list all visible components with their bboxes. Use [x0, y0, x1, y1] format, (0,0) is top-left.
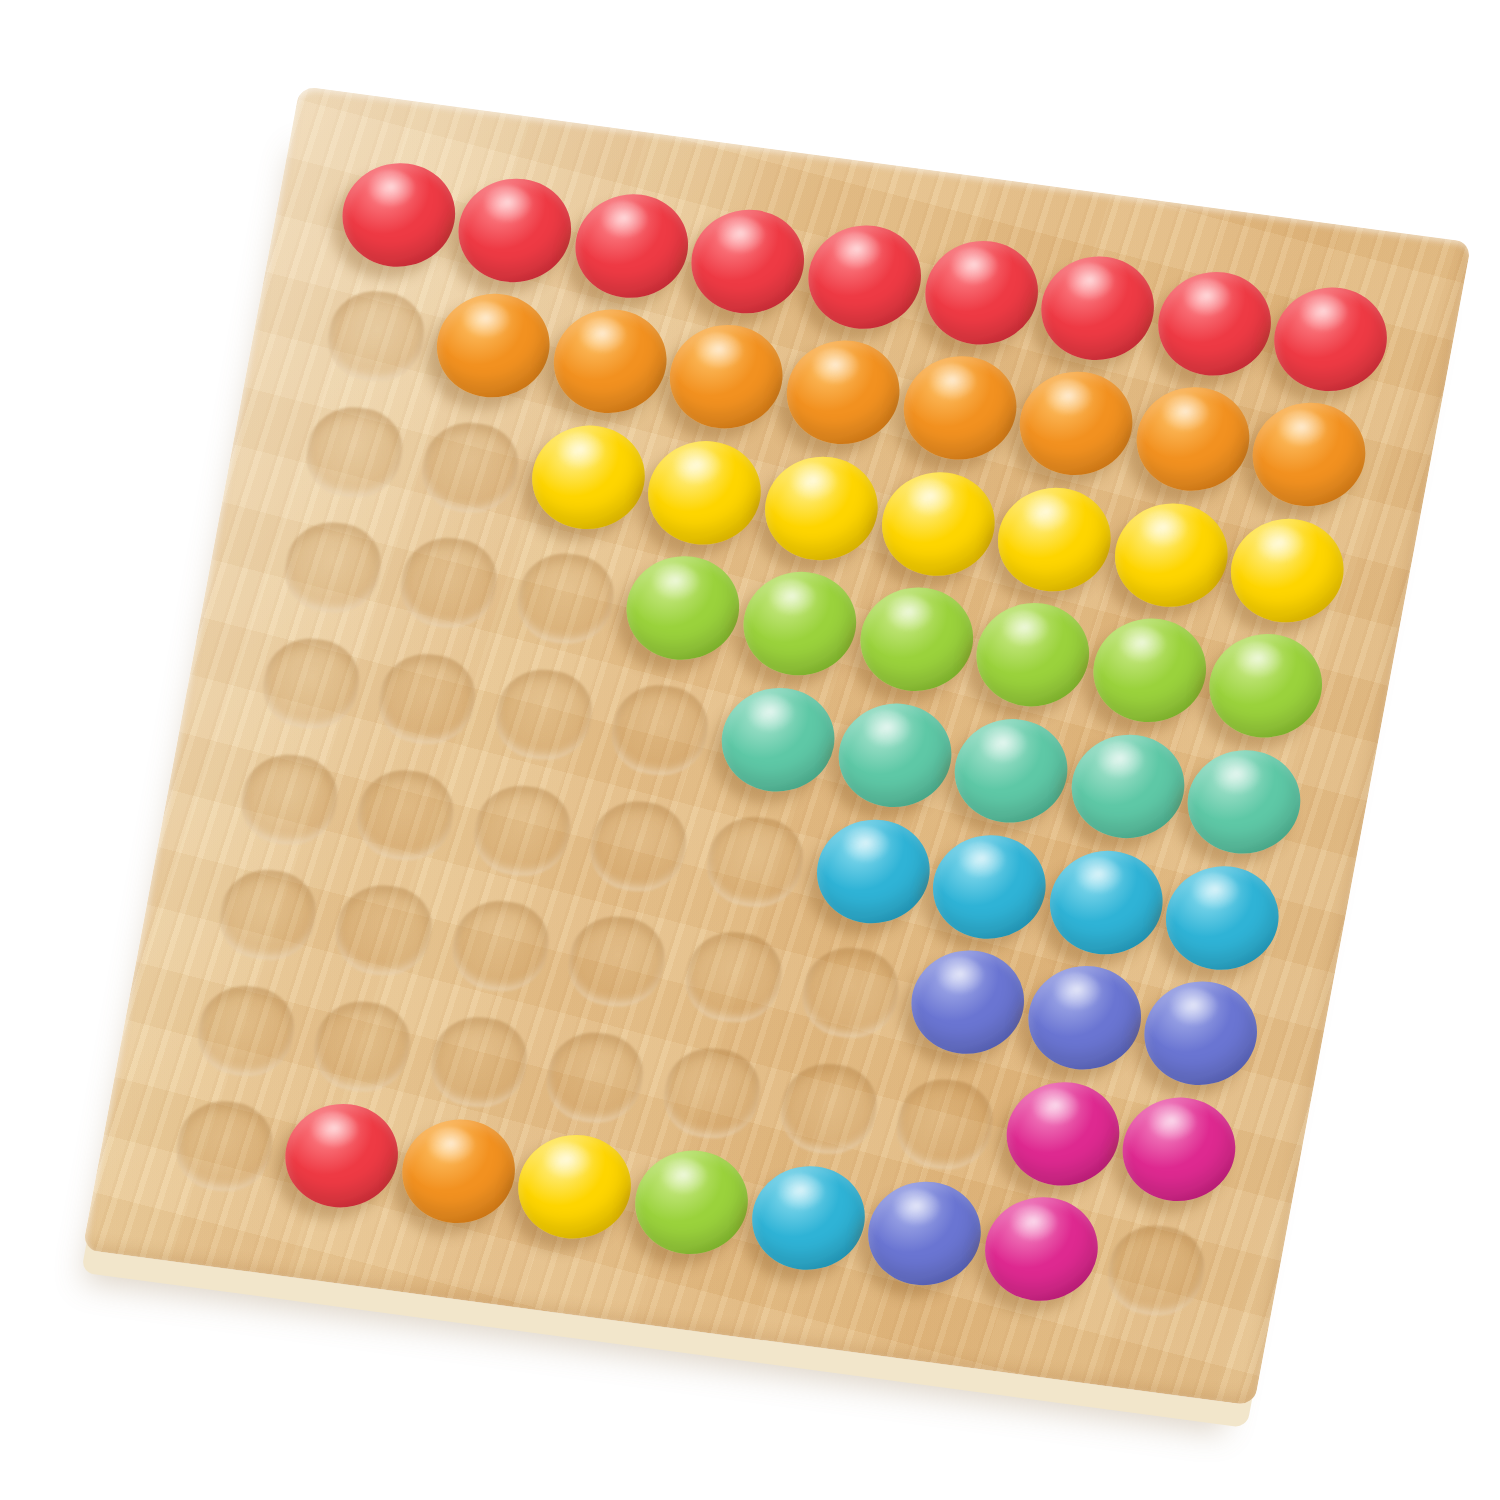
bead-red[interactable]	[800, 218, 930, 335]
dimple[interactable]	[700, 811, 810, 912]
bead-yellow[interactable]	[1222, 512, 1352, 629]
bead-highlight	[575, 314, 631, 357]
dimple[interactable]	[213, 865, 323, 966]
bead-highlight	[1179, 276, 1235, 319]
board-cell	[708, 680, 846, 811]
board-cell	[272, 1096, 410, 1227]
board-cell	[621, 1143, 759, 1274]
board-cell	[803, 811, 941, 942]
board-cell	[1109, 1090, 1247, 1221]
board-cell	[656, 318, 794, 449]
board-cell	[1239, 395, 1377, 526]
board-cell	[738, 1159, 876, 1290]
bead-cyan[interactable]	[808, 812, 938, 929]
bead-orange[interactable]	[428, 287, 558, 404]
board-cell	[1087, 1205, 1225, 1336]
board-cell	[445, 171, 583, 302]
bead-highlight	[1209, 754, 1265, 797]
bead-red[interactable]	[1033, 249, 1163, 366]
board-cell	[1122, 380, 1260, 511]
bead-mint[interactable]	[830, 697, 960, 814]
bead-highlight	[648, 561, 704, 604]
board-cell	[220, 734, 358, 865]
bead-orange[interactable]	[778, 334, 908, 451]
dimple[interactable]	[329, 880, 439, 981]
bead-green[interactable]	[851, 581, 981, 698]
bead-highlight	[1027, 1086, 1083, 1129]
board-cell	[155, 1081, 293, 1212]
dimple[interactable]	[321, 286, 431, 387]
bead-highlight	[932, 954, 988, 997]
bead-purple[interactable]	[903, 944, 1033, 1061]
dimple[interactable]	[541, 1027, 651, 1128]
board-cell	[854, 1174, 992, 1305]
board-cell	[432, 881, 570, 1012]
board-cell	[1079, 611, 1217, 742]
bead-cyan[interactable]	[1157, 859, 1287, 976]
bead-green[interactable]	[968, 597, 1098, 714]
board-cell	[561, 186, 699, 317]
board-cell	[984, 480, 1122, 611]
dimple[interactable]	[774, 1058, 884, 1159]
dimple[interactable]	[278, 517, 388, 618]
board-cell	[751, 449, 889, 580]
bead-purple[interactable]	[859, 1175, 989, 1292]
bead-green[interactable]	[735, 565, 865, 682]
board-cell	[410, 996, 548, 1127]
dimple[interactable]	[890, 1074, 1000, 1175]
board-cell	[665, 912, 803, 1043]
bead-highlight	[1295, 291, 1351, 334]
dimple[interactable]	[191, 980, 301, 1081]
bead-highlight	[1157, 391, 1213, 434]
bead-magenta[interactable]	[998, 1075, 1128, 1192]
board-cell	[1006, 364, 1144, 495]
dimple[interactable]	[606, 680, 716, 781]
board-cell	[971, 1190, 1109, 1321]
bead-highlight	[596, 198, 652, 241]
bead-highlight	[976, 723, 1032, 766]
board-cell	[402, 402, 540, 533]
board-cell	[263, 502, 401, 633]
bead-highlight	[837, 823, 893, 866]
bead-highlight	[363, 167, 419, 210]
dimple[interactable]	[234, 749, 344, 850]
bead-orange[interactable]	[661, 318, 791, 435]
bead-highlight	[1230, 638, 1286, 681]
board-cell	[1036, 843, 1174, 974]
bead-highlight	[859, 707, 915, 750]
bead-highlight	[786, 460, 842, 503]
bead-orange[interactable]	[393, 1113, 523, 1230]
bead-highlight	[656, 1155, 712, 1198]
bead-cyan[interactable]	[924, 828, 1054, 945]
board-cell	[824, 696, 962, 827]
board-cell	[540, 302, 678, 433]
bead-highlight	[458, 298, 514, 341]
bead-red[interactable]	[450, 172, 580, 289]
board-cell	[496, 533, 634, 664]
bead-board-grid	[155, 155, 1399, 1336]
bead-red[interactable]	[1266, 280, 1396, 397]
board-cell	[423, 286, 561, 417]
bead-highlight	[808, 345, 864, 388]
dimple[interactable]	[372, 649, 482, 750]
bead-highlight	[743, 692, 799, 735]
bead-highlight	[881, 592, 937, 635]
bead-red[interactable]	[567, 187, 697, 304]
board-cell	[635, 433, 773, 564]
board-cell	[941, 711, 1079, 842]
bead-highlight	[1092, 738, 1148, 781]
bead-red[interactable]	[916, 234, 1046, 351]
board-cell	[898, 943, 1036, 1074]
bead-highlight	[1135, 507, 1191, 550]
bead-highlight	[553, 429, 609, 472]
board-cell	[505, 1128, 643, 1259]
board-cell	[1217, 511, 1355, 642]
bead-highlight	[902, 476, 958, 519]
bead-highlight	[889, 1186, 945, 1229]
board-cell	[730, 565, 868, 696]
board-cell	[1014, 958, 1152, 1089]
dimple[interactable]	[299, 402, 409, 503]
bead-yellow[interactable]	[640, 434, 770, 551]
board-cell	[876, 1058, 1014, 1189]
dimple[interactable]	[1102, 1220, 1212, 1321]
bead-highlight	[772, 1170, 828, 1213]
board-cell	[328, 155, 466, 286]
board-cell	[773, 333, 911, 464]
dimple[interactable]	[584, 796, 694, 897]
bead-highlight	[539, 1139, 595, 1182]
bead-yellow[interactable]	[510, 1128, 640, 1245]
bead-highlight	[1144, 1101, 1200, 1144]
bead-board	[82, 86, 1471, 1406]
bead-yellow[interactable]	[873, 465, 1003, 582]
bead-highlight	[1019, 492, 1075, 535]
bead-magenta[interactable]	[1114, 1090, 1244, 1207]
board-cell	[1144, 264, 1282, 395]
bead-red[interactable]	[334, 156, 464, 273]
board-cell	[388, 1112, 526, 1243]
bead-highlight	[954, 839, 1010, 882]
bead-green[interactable]	[1084, 612, 1214, 729]
dimple[interactable]	[679, 927, 789, 1028]
bead-highlight	[480, 182, 536, 225]
dimple[interactable]	[256, 633, 366, 734]
board-cell	[992, 1074, 1130, 1205]
board-cell	[1261, 280, 1399, 411]
bead-yellow[interactable]	[756, 450, 886, 567]
bead-cyan[interactable]	[1041, 843, 1171, 960]
dimple[interactable]	[511, 549, 621, 650]
bead-orange[interactable]	[1128, 381, 1258, 498]
board-cell	[293, 981, 431, 1112]
product-photo-background	[0, 0, 1500, 1500]
bead-mint[interactable]	[1063, 728, 1193, 845]
board-cell	[591, 665, 729, 796]
dimple[interactable]	[562, 911, 672, 1012]
bead-mint[interactable]	[1179, 743, 1309, 860]
board-cell	[1174, 742, 1312, 873]
bead-orange[interactable]	[1011, 365, 1141, 482]
board-cell	[1057, 727, 1195, 858]
board-cell	[686, 796, 824, 927]
bead-highlight	[1165, 985, 1221, 1028]
board-cell	[781, 927, 919, 1058]
bead-highlight	[669, 445, 725, 488]
board-cell	[242, 618, 380, 749]
dimple[interactable]	[424, 1011, 534, 1112]
board-cell	[868, 464, 1006, 595]
bead-highlight	[423, 1124, 479, 1167]
bead-purple[interactable]	[1136, 975, 1266, 1092]
bead-highlight	[1049, 970, 1105, 1013]
bead-yellow[interactable]	[523, 419, 653, 536]
bead-highlight	[1274, 407, 1330, 450]
bead-highlight	[1006, 1201, 1062, 1244]
bead-green[interactable]	[618, 550, 748, 667]
bead-highlight	[764, 576, 820, 619]
bead-yellow[interactable]	[1106, 496, 1236, 613]
board-cell	[678, 202, 816, 333]
board-cell	[380, 518, 518, 649]
bead-orange[interactable]	[1244, 396, 1374, 513]
bead-orange[interactable]	[894, 350, 1024, 467]
board-cell	[1196, 627, 1334, 758]
board-cell	[198, 849, 336, 980]
bead-highlight	[1041, 376, 1097, 419]
bead-green[interactable]	[626, 1144, 756, 1261]
board-cell	[453, 765, 591, 896]
bead-highlight	[997, 607, 1053, 650]
bead-red[interactable]	[277, 1097, 407, 1214]
board-cell	[475, 649, 613, 780]
bead-highlight	[1114, 623, 1170, 666]
board-cell	[285, 387, 423, 518]
board-cell	[570, 780, 708, 911]
bead-mint[interactable]	[713, 681, 843, 798]
bead-red[interactable]	[683, 203, 813, 320]
bead-red[interactable]	[1149, 265, 1279, 382]
bead-purple[interactable]	[1019, 959, 1149, 1076]
dimple[interactable]	[489, 664, 599, 765]
board-cell	[315, 865, 453, 996]
bead-highlight	[691, 329, 747, 372]
dimple[interactable]	[446, 896, 556, 997]
dimple[interactable]	[467, 780, 577, 881]
bead-highlight	[924, 360, 980, 403]
dimple[interactable]	[308, 996, 418, 1097]
bead-highlight	[1252, 523, 1308, 566]
dimple[interactable]	[351, 764, 461, 865]
board-cell	[1152, 858, 1290, 989]
bead-highlight	[1071, 854, 1127, 897]
board-cell	[1131, 974, 1269, 1105]
board-cell	[846, 580, 984, 711]
bead-mint[interactable]	[946, 712, 1076, 829]
board-cell	[889, 349, 1027, 480]
dimple[interactable]	[416, 417, 526, 518]
board-cell	[177, 965, 315, 1096]
board-cell	[337, 749, 475, 880]
board-cell	[526, 1012, 664, 1143]
board-cell	[794, 217, 932, 348]
dimple[interactable]	[657, 1042, 767, 1143]
bead-highlight	[1187, 870, 1243, 913]
bead-magenta[interactable]	[976, 1191, 1106, 1308]
board-cell	[548, 896, 686, 1027]
bead-highlight	[713, 213, 769, 256]
board-cell	[963, 596, 1101, 727]
dimple[interactable]	[169, 1096, 279, 1197]
board-cell	[759, 1043, 897, 1174]
bead-highlight	[1062, 260, 1118, 303]
bead-highlight	[946, 245, 1002, 288]
dimple[interactable]	[394, 533, 504, 634]
dimple[interactable]	[795, 942, 905, 1043]
board-cell	[358, 634, 496, 765]
board-cell	[911, 233, 1049, 364]
board-cell	[518, 418, 656, 549]
board-cell	[1101, 495, 1239, 626]
bead-highlight	[306, 1108, 362, 1151]
board-cell	[613, 549, 751, 680]
bead-yellow[interactable]	[989, 481, 1119, 598]
board-cell	[919, 827, 1057, 958]
bead-highlight	[829, 229, 885, 272]
bead-cyan[interactable]	[743, 1160, 873, 1277]
board-cell	[1028, 249, 1166, 380]
bead-green[interactable]	[1201, 628, 1331, 745]
board-cell	[307, 271, 445, 402]
board-cell	[643, 1027, 781, 1158]
bead-orange[interactable]	[545, 303, 675, 420]
